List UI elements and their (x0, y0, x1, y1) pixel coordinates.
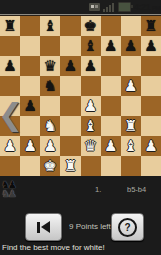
square-d6[interactable]: ♟ (60, 56, 80, 76)
square-b7[interactable] (20, 36, 40, 56)
black-pawn-piece: ♟ (84, 59, 97, 74)
square-c2[interactable]: ♟ (40, 136, 60, 156)
square-b3[interactable] (20, 116, 40, 136)
square-g6[interactable] (121, 56, 141, 76)
black-pawn-piece: ♟ (23, 99, 36, 114)
white-pawn-piece: ♟ (104, 139, 117, 154)
move-number: 1. (95, 185, 101, 194)
square-a5[interactable] (0, 76, 20, 96)
white-pawn-piece: ♟ (44, 139, 57, 154)
previous-move-arrow-icon[interactable]: ❮ (0, 96, 18, 136)
rewind-triangle-icon (41, 221, 50, 233)
black-pawn-piece: ♟ (3, 59, 16, 74)
square-e8[interactable]: ♚ (81, 16, 101, 36)
black-king-piece: ♚ (84, 19, 97, 34)
square-b5[interactable] (20, 76, 40, 96)
square-c6[interactable]: ♛ (40, 56, 60, 76)
task-prompt: Find the best move for white! (2, 243, 105, 252)
square-g1[interactable] (121, 156, 141, 176)
black-bishop-piece: ♝ (84, 39, 97, 54)
rewind-button[interactable] (25, 213, 62, 241)
square-c1[interactable]: ♚ (40, 156, 60, 176)
square-c7[interactable] (40, 36, 60, 56)
white-pawn-piece: ♟ (84, 99, 97, 114)
square-h5[interactable] (141, 76, 161, 96)
square-g2[interactable]: ♝ (121, 136, 141, 156)
square-c8[interactable]: ♝ (40, 16, 60, 36)
square-g7[interactable]: ♟ (121, 36, 141, 56)
square-h4[interactable] (141, 96, 161, 116)
square-d8[interactable] (60, 16, 80, 36)
square-f5[interactable] (101, 76, 121, 96)
square-f1[interactable] (101, 156, 121, 176)
square-f7[interactable]: ♟ (101, 36, 121, 56)
black-bishop-piece: ♝ (44, 19, 57, 34)
square-b6[interactable] (20, 56, 40, 76)
black-pawn-piece: ♟ (104, 39, 117, 54)
square-e1[interactable] (81, 156, 101, 176)
white-king-piece: ♚ (44, 159, 57, 174)
help-button[interactable]: ? (111, 213, 144, 241)
square-h6[interactable] (141, 56, 161, 76)
square-d2[interactable] (60, 136, 80, 156)
usb-icon (89, 3, 100, 11)
square-e3[interactable]: ♝ (81, 116, 101, 136)
square-c4[interactable] (40, 96, 60, 116)
captured-by-black: ♞♟ (1, 189, 15, 198)
battery-icon (118, 2, 131, 12)
captured-pieces-tray: ♞♟ ♞♟ (1, 180, 15, 198)
black-knight-piece: ♞ (44, 79, 57, 94)
white-rook-piece: ♜ (124, 119, 137, 134)
white-knight-piece: ♞ (44, 119, 57, 134)
square-c3[interactable]: ♞ (40, 116, 60, 136)
square-d5[interactable] (60, 76, 80, 96)
square-g5[interactable]: ♟ (121, 76, 141, 96)
question-mark-icon: ? (118, 218, 137, 237)
last-move: b5-b4 (127, 185, 146, 194)
square-f8[interactable] (101, 16, 121, 36)
square-h2[interactable]: ♟ (141, 136, 161, 156)
app-screen: 4:21 PM ♜♝♚♜♝♟♟♟♟♛♟♟♞♟♟♟♞♝♜♟♟♟♛♟♝♟♚♜ ❮ ♞… (0, 0, 161, 255)
white-pawn-piece: ♟ (23, 139, 36, 154)
black-rook-piece: ♜ (144, 19, 157, 34)
square-f6[interactable] (101, 56, 121, 76)
square-e4[interactable]: ♟ (81, 96, 101, 116)
square-c5[interactable]: ♞ (40, 76, 60, 96)
black-pawn-piece: ♟ (64, 59, 77, 74)
white-pawn-piece: ♟ (144, 139, 157, 154)
square-a2[interactable]: ♟ (0, 136, 20, 156)
black-rook-piece: ♜ (3, 19, 16, 34)
points-left-label: 9 Points left (69, 222, 111, 231)
rewind-bar-icon (37, 222, 40, 233)
white-pawn-piece: ♟ (3, 139, 16, 154)
square-f2[interactable]: ♟ (101, 136, 121, 156)
square-b1[interactable] (20, 156, 40, 176)
square-f3[interactable] (101, 116, 121, 136)
chess-board: ♜♝♚♜♝♟♟♟♟♛♟♟♞♟♟♟♞♝♜♟♟♟♛♟♝♟♚♜ (0, 15, 161, 176)
bottom-panel: ♞♟ ♞♟ 1. b5-b4 9 Points left ? Find the … (0, 176, 161, 255)
clock: 4:21 PM (134, 2, 160, 12)
square-d4[interactable] (60, 96, 80, 116)
square-d1[interactable]: ♜ (60, 156, 80, 176)
square-h8[interactable]: ♜ (141, 16, 161, 36)
white-pawn-piece: ♟ (124, 79, 137, 94)
square-d7[interactable] (60, 36, 80, 56)
square-f4[interactable] (101, 96, 121, 116)
square-a6[interactable]: ♟ (0, 56, 20, 76)
square-b8[interactable] (20, 16, 40, 36)
status-bar: 4:21 PM (0, 0, 161, 15)
square-e2[interactable]: ♛ (81, 136, 101, 156)
square-h3[interactable] (141, 116, 161, 136)
square-a1[interactable] (0, 156, 20, 176)
square-g8[interactable] (121, 16, 141, 36)
square-e7[interactable]: ♝ (81, 36, 101, 56)
signal-icon (103, 3, 115, 12)
square-a7[interactable] (0, 36, 20, 56)
square-a8[interactable]: ♜ (0, 16, 20, 36)
black-pawn-piece: ♟ (124, 39, 137, 54)
square-g3[interactable]: ♜ (121, 116, 141, 136)
white-rook-piece: ♜ (64, 159, 77, 174)
square-b2[interactable]: ♟ (20, 136, 40, 156)
white-bishop-piece: ♝ (124, 139, 137, 154)
square-e6[interactable]: ♟ (81, 56, 101, 76)
square-d3[interactable] (60, 116, 80, 136)
white-bishop-piece: ♝ (84, 119, 97, 134)
square-e5[interactable] (81, 76, 101, 96)
square-g4[interactable] (121, 96, 141, 116)
square-h1[interactable] (141, 156, 161, 176)
black-pawn-piece: ♟ (144, 39, 157, 54)
white-queen-piece: ♛ (84, 139, 97, 154)
square-h7[interactable]: ♟ (141, 36, 161, 56)
square-b4[interactable]: ♟ (20, 96, 40, 116)
black-queen-piece: ♛ (44, 59, 57, 74)
